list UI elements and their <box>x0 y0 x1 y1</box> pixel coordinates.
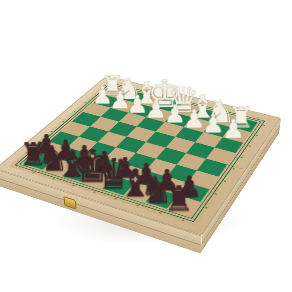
brass-clasp <box>64 196 77 210</box>
product-photo-scene: ♜♞♝♚♛♝♞♜♟♟♟♟♟♟♟♟♟♟♟♟♟♟♟♟♜♞♝♚♛♝♞♜ <box>0 0 292 292</box>
black-rook[interactable]: ♜ <box>164 185 195 212</box>
white-pawn[interactable]: ♟ <box>222 119 245 139</box>
